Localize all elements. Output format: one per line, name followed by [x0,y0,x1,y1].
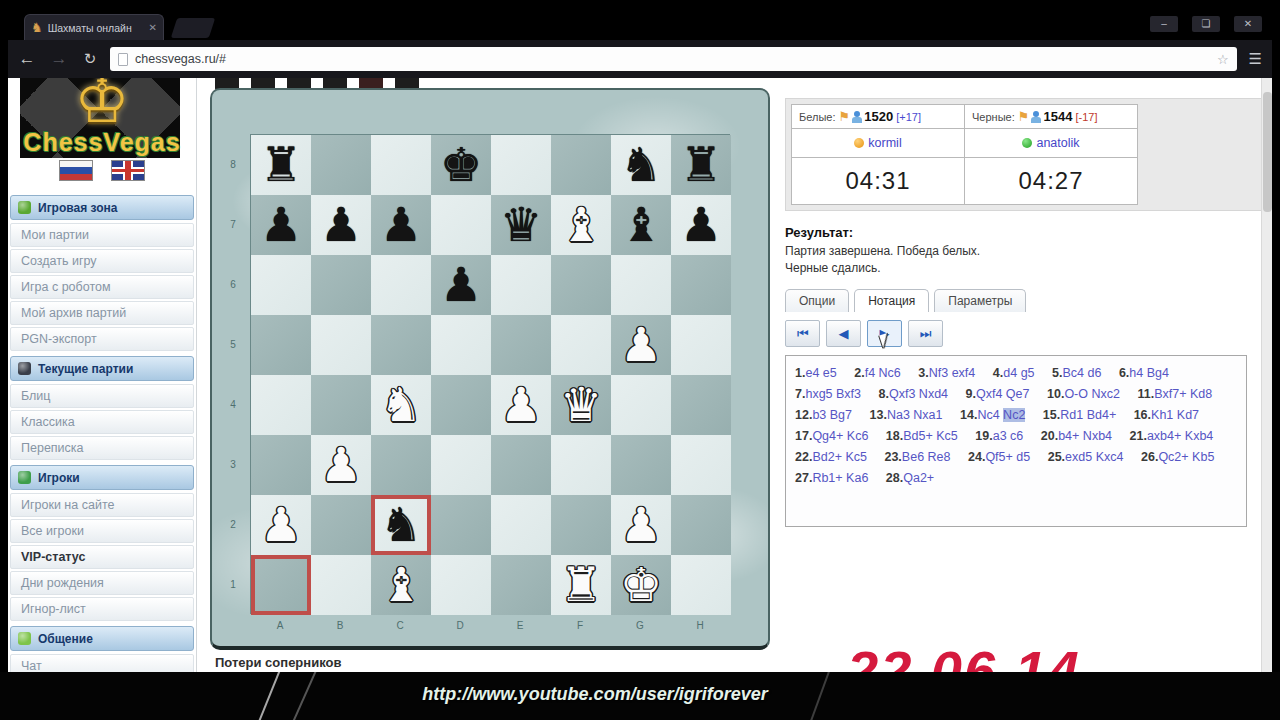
chess-board-frame: 87654321 ♜♚♞♜♟♟♟♛♝♝♟♟♟♞♟♛♟♟♞♟♝♜♚ ABCDEFG… [210,88,770,650]
sidebar-item[interactable]: Игнор-лист [10,597,194,621]
square-f2[interactable] [551,495,611,555]
sidebar-item[interactable]: VIP-статус [10,545,194,569]
white-clock: 04:31 [792,158,965,205]
white-piece[interactable]: ♟ [260,495,302,555]
video-date-stamp: 22.06.14 [847,638,1081,672]
white-piece[interactable]: ♜ [560,555,602,615]
square-h3[interactable] [671,435,731,495]
black-piece[interactable]: ♟ [380,195,422,255]
move-pair: 1.e4 e5 [795,366,837,380]
square-d7[interactable] [431,195,491,255]
square-e8[interactable] [491,135,551,195]
move-pair: 9.Qxf4 Qe7 [966,387,1030,401]
square-e3[interactable] [491,435,551,495]
tab-close-icon[interactable]: ✕ [149,22,157,33]
move-number: 26. [1141,450,1158,464]
square-f3[interactable] [551,435,611,495]
square-e6[interactable] [491,255,551,315]
file-label: F [550,620,610,631]
move-pair: 26.Qc2+ Kb5 [1141,450,1214,464]
square-e2[interactable] [491,495,551,555]
move-number: 4. [993,366,1003,380]
sidebar-item[interactable]: Чат [10,654,194,672]
move-number: 12. [795,408,812,422]
square-c4[interactable]: ♞ [371,375,431,435]
move-number: 15. [1043,408,1060,422]
rank-label: 2 [224,494,242,554]
sidebar-item[interactable]: Мой архив партий [10,301,194,325]
move-number: 22. [795,450,812,464]
tab-нотация[interactable]: Нотация [854,289,929,312]
reload-button[interactable]: ↻ [80,50,100,68]
move-number: 10. [1047,387,1064,401]
move-pair: 8.Qxf3 Nxd4 [879,387,949,401]
move-white[interactable]: Qa2+ [903,471,934,485]
move-pair: 6.h4 Bg4 [1119,366,1169,380]
rank-label: 4 [224,374,242,434]
move-white[interactable]: a3 [993,429,1007,443]
move-black[interactable]: Kc5 [936,429,958,443]
result-block: Результат: Партия завершена. Победа белы… [785,225,1263,277]
black-rating-icon [1030,111,1042,123]
sidebar-item[interactable]: Классика [10,410,194,434]
rank-labels: 87654321 [224,134,242,614]
section-title: Текущие партии [38,362,133,376]
square-c7[interactable]: ♟ [371,195,431,255]
square-d4[interactable] [431,375,491,435]
first-move-button[interactable]: ⏮ [785,320,820,347]
move-white[interactable]: exd5 [1065,450,1092,464]
sidebar-section-game-zone[interactable]: Игровая зона [10,195,194,220]
section-title: Игроки [38,471,80,485]
move-white[interactable]: Bxf7+ [1154,387,1186,401]
move-pair: 20.b4+ Nxb4 [1041,429,1112,443]
move-number: 25. [1048,450,1065,464]
file-label: E [490,620,550,631]
move-black[interactable]: Bg7 [830,408,852,422]
square-e4[interactable]: ♟ [491,375,551,435]
move-pair: 2.f4 Nc6 [854,366,901,380]
move-white[interactable]: Be6 [902,450,924,464]
site-logo[interactable]: ♔ ChessVegas [8,78,196,186]
prev-move-button[interactable]: ◀ [826,320,861,347]
sidebar-item[interactable]: Создать игру [10,249,194,273]
white-player-header: Белые: ⚑1520 [+17] [792,105,965,129]
maximize-button[interactable]: ❏ [1192,16,1220,32]
move-white[interactable]: Kh1 [1151,408,1173,422]
players-panel: Белые: ⚑1520 [+17] Черные: ⚑1544 [-17] k… [785,98,1263,211]
square-a6[interactable] [251,255,311,315]
move-pair: 27.Rb1+ Ka6 [795,471,868,485]
square-d5[interactable] [431,315,491,375]
russian-flag-icon[interactable] [59,160,93,181]
move-pair: 11.Bxf7+ Kd8 [1137,387,1212,401]
square-b5[interactable] [311,315,371,375]
black-piece[interactable]: ♛ [500,195,542,255]
move-white[interactable]: Nc4 [977,408,999,422]
file-label: C [370,620,430,631]
move-black[interactable]: e5 [823,366,837,380]
square-f1[interactable]: ♜ [551,555,611,615]
square-d3[interactable] [431,435,491,495]
black-piece[interactable]: ♜ [260,135,302,195]
sidebar-section-players[interactable]: Игроки [10,465,194,490]
move-white[interactable]: Rb1+ [812,471,842,485]
square-d2[interactable] [431,495,491,555]
browser-menu-icon[interactable]: ☰ [1247,50,1264,68]
move-pair: 16.Kh1 Kd7 [1134,408,1199,422]
square-h7[interactable]: ♟ [671,195,731,255]
black-rating-delta: [-17] [1075,111,1097,123]
move-black[interactable]: Kxb4 [1185,429,1214,443]
result-line-2: Черные сдались. [785,260,1263,277]
black-player-header: Черные: ⚑1544 [-17] [965,105,1138,129]
move-white[interactable]: axb4+ [1147,429,1181,443]
move-pair: 15.Rd1 Bd4+ [1043,408,1116,422]
black-piece[interactable]: ♟ [320,195,362,255]
move-black[interactable]: Bxf3 [836,387,861,401]
square-h1[interactable] [671,555,731,615]
square-d8[interactable]: ♚ [431,135,491,195]
white-player-name[interactable]: kormil [792,129,965,158]
move-white[interactable]: Qxf4 [976,387,1002,401]
file-label: D [430,620,490,631]
result-line-1: Партия завершена. Победа белых. [785,243,1263,260]
white-status-icon [854,138,864,148]
move-black[interactable]: Qe7 [1006,387,1030,401]
square-b6[interactable] [311,255,371,315]
sidebar-item[interactable]: Все игроки [10,519,194,543]
square-a4[interactable] [251,375,311,435]
square-f7[interactable]: ♝ [551,195,611,255]
sidebar-item[interactable]: Мои партии [10,223,194,247]
move-list: 1.e4 e5 2.f4 Nc6 3.Nf3 exf4 4.d4 g5 5.Bc… [785,355,1247,527]
black-piece[interactable]: ♞ [620,135,662,195]
square-c3[interactable] [371,435,431,495]
white-piece[interactable]: ♝ [560,195,602,255]
move-number: 5. [1052,366,1062,380]
move-black[interactable]: Kc5 [845,450,867,464]
file-label: B [310,620,370,631]
square-c5[interactable] [371,315,431,375]
chess-board[interactable]: ♜♚♞♜♟♟♟♛♝♝♟♟♟♞♟♛♟♟♞♟♝♜♚ [250,134,730,614]
sidebar-section-chat[interactable]: Общение [10,626,194,651]
square-f8[interactable] [551,135,611,195]
move-black[interactable]: d6 [1087,366,1101,380]
chess-favicon-icon: ♞ [31,21,43,34]
move-pair: 19.a3 c6 [975,429,1023,443]
black-piece[interactable]: ♜ [680,135,722,195]
browser-tab[interactable]: ♞ Шахматы онлайн ✕ [24,14,164,40]
page-icon [118,53,128,66]
black-flag-icon: ⚑ [1018,109,1030,124]
move-black[interactable]: Nc2 [1003,408,1025,422]
sidebar-item[interactable]: Переписка [10,436,194,460]
tab-title: Шахматы онлайн [48,22,144,34]
move-number: 2. [854,366,864,380]
move-white[interactable]: Qxf3 [889,387,915,401]
rank-label: 5 [224,314,242,374]
square-b7[interactable]: ♟ [311,195,371,255]
square-h5[interactable] [671,315,731,375]
move-white[interactable]: Bc4 [1062,366,1084,380]
move-black[interactable]: Re8 [928,450,951,464]
square-g6[interactable] [611,255,671,315]
move-number: 24. [968,450,985,464]
square-f5[interactable] [551,315,611,375]
forward-button: → [48,49,70,69]
move-black[interactable]: c6 [1010,429,1023,443]
move-number: 6. [1119,366,1129,380]
white-rating-delta: [+17] [896,111,921,123]
move-pair: 21.axb4+ Kxb4 [1130,429,1214,443]
white-piece[interactable]: ♛ [560,375,602,435]
white-piece[interactable]: ♟ [620,495,662,555]
chat-icon [18,632,31,645]
move-black[interactable]: Bg4 [1147,366,1169,380]
bookmark-star-icon[interactable]: ☆ [1217,52,1229,67]
move-pair: 28.Qa2+ [886,471,934,485]
move-number: 18. [886,429,903,443]
square-c1[interactable]: ♝ [371,555,431,615]
white-rating: 1520 [864,109,893,124]
square-b4[interactable] [311,375,371,435]
square-d1[interactable] [431,555,491,615]
move-black[interactable]: Nxb4 [1083,429,1112,443]
square-g2[interactable]: ♟ [611,495,671,555]
move-black[interactable]: Nxc2 [1091,387,1119,401]
url-text[interactable]: chessvegas.ru/# [135,52,1210,66]
sidebar-item[interactable]: Игроки на сайте [10,493,194,517]
move-white[interactable]: Qg4+ [812,429,843,443]
move-white[interactable]: e4 [805,366,819,380]
back-button[interactable]: ← [16,49,38,69]
close-button[interactable]: ✕ [1234,16,1262,32]
minimize-button[interactable]: – [1150,16,1178,32]
square-h8[interactable]: ♜ [671,135,731,195]
move-pair: 14.Nc4 Nc2 [960,408,1025,422]
black-clock: 04:27 [965,158,1138,205]
move-white[interactable]: Bd5+ [903,429,933,443]
players-icon [18,471,31,484]
black-piece[interactable]: ♟ [260,195,302,255]
sidebar-item[interactable]: Блиц [10,384,194,408]
move-number: 11. [1137,387,1154,401]
square-e7[interactable]: ♛ [491,195,551,255]
move-black[interactable]: Nxa1 [913,408,942,422]
square-e5[interactable] [491,315,551,375]
move-pair: 18.Bd5+ Kc5 [886,429,958,443]
move-number: 23. [884,450,901,464]
square-h4[interactable] [671,375,731,435]
move-white[interactable]: O-O [1064,387,1088,401]
move-black[interactable]: Nc6 [879,366,901,380]
move-white[interactable]: Qf5+ [985,450,1012,464]
square-b1[interactable] [311,555,371,615]
new-tab-button[interactable] [171,18,215,38]
move-number: 21. [1130,429,1147,443]
white-piece[interactable]: ♞ [380,375,422,435]
square-c2[interactable]: ♞ [371,495,431,555]
black-player-name[interactable]: anatolik [965,129,1138,158]
move-pair: 13.Na3 Nxa1 [870,408,943,422]
square-f6[interactable] [551,255,611,315]
file-labels: ABCDEFGH [250,620,730,631]
white-piece[interactable]: ♟ [320,435,362,495]
move-white[interactable]: f4 [865,366,875,380]
move-white[interactable]: h4 [1129,366,1143,380]
move-pair: 7.hxg5 Bxf3 [795,387,861,401]
black-piece[interactable]: ♝ [620,195,662,255]
square-f4[interactable]: ♛ [551,375,611,435]
rank-label: 3 [224,434,242,494]
move-black[interactable]: Kd7 [1177,408,1199,422]
black-status-icon [1022,138,1032,148]
square-a1[interactable] [251,555,311,615]
current-games-icon [18,362,31,375]
move-pair: 22.Bd2+ Kc5 [795,450,867,464]
move-black[interactable]: g5 [1021,366,1035,380]
scrollbar-thumb[interactable] [1263,92,1272,212]
square-g5[interactable]: ♟ [611,315,671,375]
sidebar-item[interactable]: Дни рождения [10,571,194,595]
move-white[interactable]: Rd1 [1060,408,1083,422]
square-e1[interactable] [491,555,551,615]
square-c8[interactable] [371,135,431,195]
move-white[interactable]: hxg5 [805,387,832,401]
rank-label: 6 [224,254,242,314]
white-piece[interactable]: ♚ [620,555,662,615]
square-c6[interactable] [371,255,431,315]
square-b2[interactable] [311,495,371,555]
move-white[interactable]: Na3 [887,408,910,422]
move-number: 27. [795,471,812,485]
move-number: 16. [1134,408,1151,422]
page-scrollbar[interactable] [1261,78,1272,672]
move-black[interactable]: Kc6 [847,429,869,443]
move-number: 19. [975,429,992,443]
square-b8[interactable] [311,135,371,195]
square-g7[interactable]: ♝ [611,195,671,255]
sidebar-item[interactable]: Игра с роботом [10,275,194,299]
move-number: 28. [886,471,903,485]
browser-toolbar: ← → ↻ chessvegas.ru/# ☆ ☰ [8,40,1272,78]
move-black[interactable]: Kd8 [1190,387,1212,401]
video-footer-bar: http://www.youtube.com/user/igriforever [0,672,1280,720]
white-piece[interactable]: ♟ [620,315,662,375]
move-number: 13. [870,408,887,422]
tab-опции[interactable]: Опции [785,289,849,312]
move-pair: 17.Qg4+ Kc6 [795,429,868,443]
move-pair: 23.Be6 Re8 [884,450,950,464]
rank-label: 1 [224,554,242,614]
move-pair: 12.b3 Bg7 [795,408,852,422]
square-a2[interactable]: ♟ [251,495,311,555]
sidebar-item[interactable]: PGN-экспорт [10,327,194,351]
move-black[interactable]: exf4 [952,366,976,380]
file-label: G [610,620,670,631]
black-piece[interactable]: ♞ [380,495,422,555]
square-a3[interactable] [251,435,311,495]
move-number: 3. [918,366,928,380]
move-white[interactable]: b3 [812,408,826,422]
black-rating: 1544 [1043,109,1072,124]
black-piece[interactable]: ♟ [440,255,482,315]
move-pair: 3.Nf3 exf4 [918,366,975,380]
move-number: 20. [1041,429,1058,443]
sidebar-section-current-games[interactable]: Текущие партии [10,356,194,381]
move-white[interactable]: Bd2+ [812,450,842,464]
move-number: 1. [795,366,805,380]
square-a5[interactable] [251,315,311,375]
move-number: 8. [879,387,889,401]
file-label: H [670,620,730,631]
game-zone-icon [18,201,31,214]
move-black[interactable]: Kb5 [1192,450,1214,464]
move-number: 7. [795,387,805,401]
move-black[interactable]: d5 [1016,450,1030,464]
move-black[interactable]: Kxc4 [1096,450,1124,464]
browser-titlebar: ♞ Шахматы онлайн ✕ – ❏ ✕ [8,12,1272,40]
white-piece[interactable]: ♝ [380,555,422,615]
move-white[interactable]: Qc2+ [1158,450,1188,464]
square-g1[interactable]: ♚ [611,555,671,615]
square-g3[interactable] [611,435,671,495]
file-label: A [250,620,310,631]
square-h6[interactable] [671,255,731,315]
move-pair: 24.Qf5+ d5 [968,450,1030,464]
square-g4[interactable] [611,375,671,435]
game-info-panel: Белые: ⚑1520 [+17] Черные: ⚑1544 [-17] k… [785,98,1263,527]
move-pair: 5.Bc4 d6 [1052,366,1101,380]
uk-flag-icon[interactable] [111,160,145,181]
white-rating-icon [851,111,863,123]
tab-параметры[interactable]: Параметры [934,289,1026,312]
rank-label: 8 [224,134,242,194]
square-b3[interactable]: ♟ [311,435,371,495]
black-piece[interactable]: ♟ [680,195,722,255]
move-black[interactable]: Nxd4 [919,387,948,401]
square-a8[interactable]: ♜ [251,135,311,195]
captured-pieces-caption: Потери соперников [215,655,341,670]
section-title: Игровая зона [38,201,117,215]
move-number: 9. [966,387,976,401]
square-a7[interactable]: ♟ [251,195,311,255]
move-black[interactable]: Bd4+ [1087,408,1117,422]
square-h2[interactable] [671,495,731,555]
address-bar[interactable]: chessvegas.ru/# ☆ [110,47,1237,71]
move-white[interactable]: d4 [1003,366,1017,380]
logo-text: ChessVegas [8,128,196,157]
page-content: ♔ ChessVegas Игровая зонаМои партииСозда… [8,78,1272,672]
move-white[interactable]: b4+ [1058,429,1079,443]
square-d6[interactable]: ♟ [431,255,491,315]
youtube-channel-url: http://www.youtube.com/user/igriforever [0,684,1190,705]
rank-label: 7 [224,194,242,254]
move-pair: 10.O-O Nxc2 [1047,387,1120,401]
black-piece[interactable]: ♚ [440,135,482,195]
move-number: 14. [960,408,977,422]
section-title: Общение [38,632,93,646]
move-black[interactable]: Ka6 [846,471,868,485]
last-move-button[interactable]: ⏭ [908,320,943,347]
white-piece[interactable]: ♟ [500,375,542,435]
move-number: 17. [795,429,812,443]
move-pair: 4.d4 g5 [993,366,1035,380]
move-white[interactable]: Nf3 [929,366,948,380]
square-g8[interactable]: ♞ [611,135,671,195]
move-pair: 25.exd5 Kxc4 [1048,450,1124,464]
